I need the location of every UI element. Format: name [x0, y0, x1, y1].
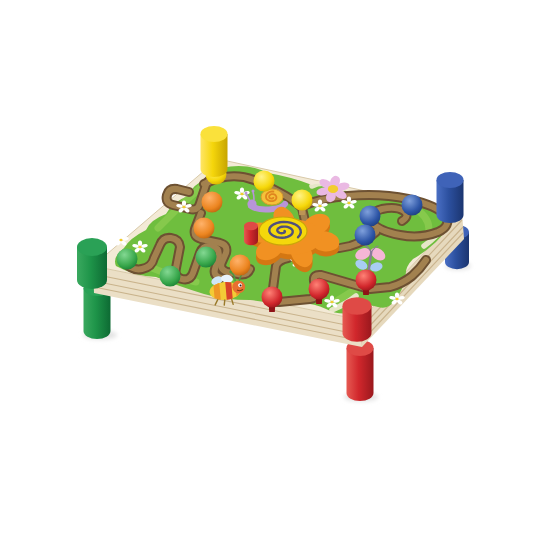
- bead-red: [356, 270, 377, 291]
- bead-blue: [355, 225, 376, 246]
- corner-post-red-top: [343, 297, 372, 314]
- bead-orange: [202, 192, 223, 213]
- mini-peg-red-top: [244, 222, 258, 230]
- bead-red: [309, 279, 330, 300]
- bead-orange: [194, 218, 215, 239]
- bead-yellow: [292, 190, 313, 211]
- bead-blue: [360, 206, 381, 227]
- bead-green: [160, 266, 181, 287]
- bead-green: [117, 249, 138, 270]
- bead-orange: [230, 255, 251, 276]
- bead-green: [196, 247, 217, 268]
- corner-post-green-top: [77, 238, 107, 256]
- bead-blue: [402, 195, 423, 216]
- bead-red: [262, 287, 283, 308]
- toy-scene-canvas: [0, 0, 533, 533]
- corner-post-yellow-top: [201, 126, 228, 142]
- corner-post-blue-top: [437, 172, 464, 188]
- bead-yellow: [254, 171, 275, 192]
- toy-product-photo: [0, 0, 533, 533]
- mini-peg: [244, 222, 258, 245]
